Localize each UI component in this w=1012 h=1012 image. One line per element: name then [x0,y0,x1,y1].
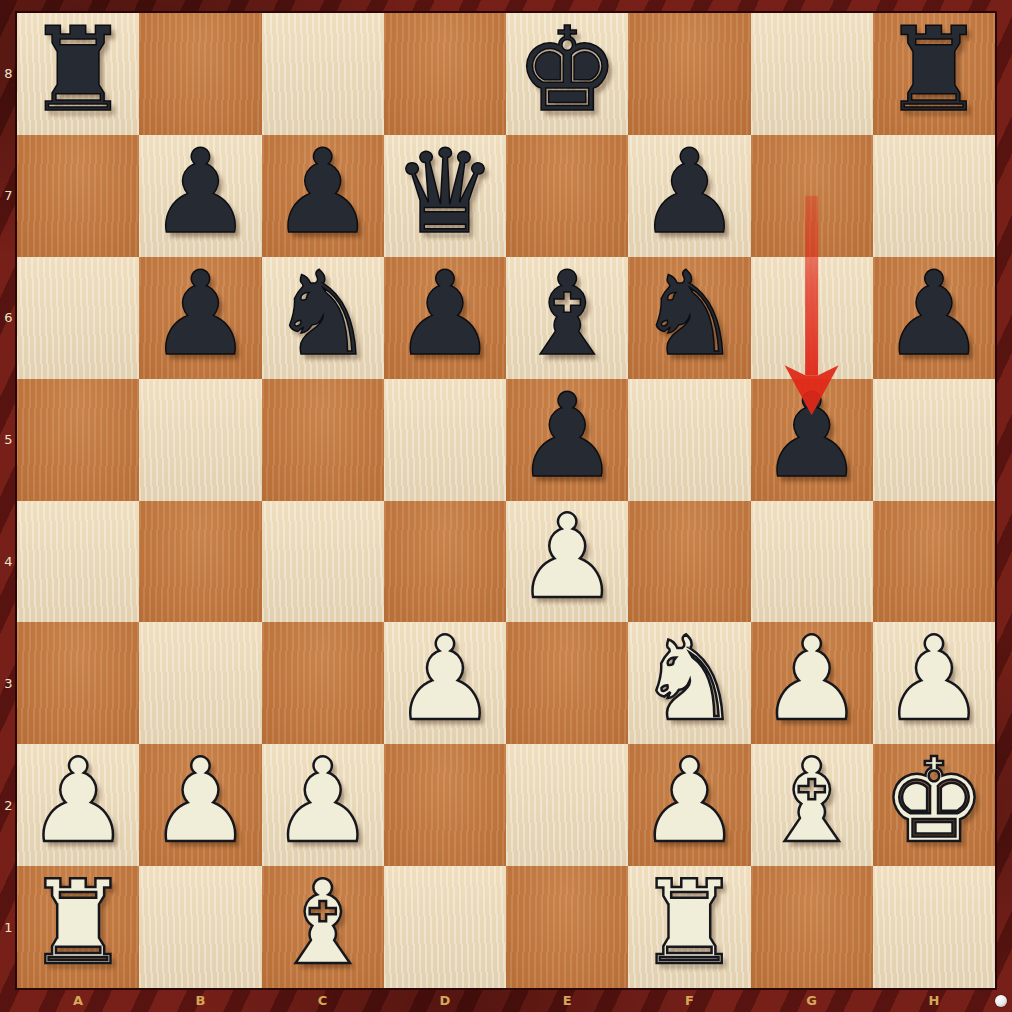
rank-label-3: 3 [0,622,17,744]
square-f3[interactable]: ♞ [628,622,750,744]
square-h8[interactable]: ♜ [873,13,995,135]
square-a1[interactable]: ♜ [17,866,139,988]
piece-white-pawn-d3[interactable]: ♟ [393,622,497,737]
piece-black-pawn-d6[interactable]: ♟ [393,257,497,372]
piece-white-pawn-a2[interactable]: ♟ [26,744,130,859]
square-b3[interactable] [139,622,261,744]
piece-black-knight-c6[interactable]: ♞ [271,257,375,372]
square-b7[interactable]: ♟ [139,135,261,257]
square-e7[interactable] [506,135,628,257]
file-label-h: H [873,988,995,1012]
square-g2[interactable]: ♝ [751,744,873,866]
square-c8[interactable] [262,13,384,135]
square-a4[interactable] [17,501,139,623]
square-b6[interactable]: ♟ [139,257,261,379]
square-f8[interactable] [628,13,750,135]
square-d8[interactable] [384,13,506,135]
square-d6[interactable]: ♟ [384,257,506,379]
file-labels: ABCDEFGH [17,988,995,1012]
square-a2[interactable]: ♟ [17,744,139,866]
piece-white-pawn-f2[interactable]: ♟ [637,744,741,859]
rank-label-8: 8 [0,13,17,135]
square-f2[interactable]: ♟ [628,744,750,866]
turn-indicator-dot [995,995,1007,1007]
square-d4[interactable] [384,501,506,623]
square-f4[interactable] [628,501,750,623]
square-b5[interactable] [139,379,261,501]
square-g8[interactable] [751,13,873,135]
square-d5[interactable] [384,379,506,501]
square-e5[interactable]: ♟ [506,379,628,501]
piece-black-queen-d7[interactable]: ♛ [393,135,497,250]
square-c2[interactable]: ♟ [262,744,384,866]
square-e4[interactable]: ♟ [506,501,628,623]
file-label-e: E [506,988,628,1012]
square-b2[interactable]: ♟ [139,744,261,866]
square-a8[interactable]: ♜ [17,13,139,135]
square-e2[interactable] [506,744,628,866]
square-h4[interactable] [873,501,995,623]
square-g5[interactable]: ♟ [751,379,873,501]
piece-white-rook-a1[interactable]: ♜ [26,866,130,981]
square-c1[interactable]: ♝ [262,866,384,988]
square-g7[interactable] [751,135,873,257]
piece-black-pawn-b6[interactable]: ♟ [148,257,252,372]
square-e1[interactable] [506,866,628,988]
square-e6[interactable]: ♝ [506,257,628,379]
square-d1[interactable] [384,866,506,988]
rank-label-6: 6 [0,257,17,379]
square-f5[interactable] [628,379,750,501]
square-h5[interactable] [873,379,995,501]
piece-black-pawn-f7[interactable]: ♟ [637,135,741,250]
square-g6[interactable] [751,257,873,379]
piece-black-pawn-e5[interactable]: ♟ [515,379,619,494]
chess-board: ♜♚♜♟♟♛♟♟♞♟♝♞♟♟♟♟♟♞♟♟♟♟♟♟♝♚♜♝♜ [17,13,995,988]
piece-black-pawn-b7[interactable]: ♟ [148,135,252,250]
piece-black-pawn-h6[interactable]: ♟ [882,257,986,372]
piece-white-pawn-b2[interactable]: ♟ [148,744,252,859]
square-h3[interactable]: ♟ [873,622,995,744]
square-h6[interactable]: ♟ [873,257,995,379]
square-h7[interactable] [873,135,995,257]
square-c4[interactable] [262,501,384,623]
square-g4[interactable] [751,501,873,623]
piece-white-pawn-c2[interactable]: ♟ [271,744,375,859]
rank-label-4: 4 [0,501,17,623]
file-label-b: B [139,988,261,1012]
square-g1[interactable] [751,866,873,988]
piece-white-pawn-e4[interactable]: ♟ [515,501,619,616]
rank-label-7: 7 [0,135,17,257]
square-h1[interactable] [873,866,995,988]
square-b1[interactable] [139,866,261,988]
square-d2[interactable] [384,744,506,866]
square-b4[interactable] [139,501,261,623]
file-label-c: C [262,988,384,1012]
piece-black-pawn-c7[interactable]: ♟ [271,135,375,250]
piece-black-king-e8[interactable]: ♚ [515,13,619,128]
square-c7[interactable]: ♟ [262,135,384,257]
square-d3[interactable]: ♟ [384,622,506,744]
square-c6[interactable]: ♞ [262,257,384,379]
piece-black-pawn-g5[interactable]: ♟ [760,379,864,494]
square-g3[interactable]: ♟ [751,622,873,744]
square-a7[interactable] [17,135,139,257]
file-label-f: F [628,988,750,1012]
rank-label-2: 2 [0,744,17,866]
chess-app: ♜♚♜♟♟♛♟♟♞♟♝♞♟♟♟♟♟♞♟♟♟♟♟♟♝♚♜♝♜ 87654321 A… [0,0,1012,1012]
piece-black-rook-h8[interactable]: ♜ [882,13,986,128]
square-e8[interactable]: ♚ [506,13,628,135]
square-d7[interactable]: ♛ [384,135,506,257]
rank-label-1: 1 [0,866,17,988]
piece-white-rook-f1[interactable]: ♜ [637,866,741,981]
square-e3[interactable] [506,622,628,744]
square-f6[interactable]: ♞ [628,257,750,379]
piece-white-knight-f3[interactable]: ♞ [637,622,741,737]
rank-label-5: 5 [0,379,17,501]
file-label-a: A [17,988,139,1012]
square-f7[interactable]: ♟ [628,135,750,257]
rank-labels: 87654321 [0,13,17,988]
square-b8[interactable] [139,13,261,135]
square-a6[interactable] [17,257,139,379]
piece-white-bishop-g2[interactable]: ♝ [760,744,864,859]
file-label-g: G [751,988,873,1012]
square-a3[interactable] [17,622,139,744]
piece-white-bishop-c1[interactable]: ♝ [271,866,375,981]
square-f1[interactable]: ♜ [628,866,750,988]
piece-black-knight-f6[interactable]: ♞ [637,257,741,372]
piece-white-pawn-g3[interactable]: ♟ [760,622,864,737]
square-a5[interactable] [17,379,139,501]
square-c3[interactable] [262,622,384,744]
piece-black-bishop-e6[interactable]: ♝ [515,257,619,372]
piece-white-pawn-h3[interactable]: ♟ [882,622,986,737]
piece-white-king-h2[interactable]: ♚ [882,744,986,859]
file-label-d: D [384,988,506,1012]
square-h2[interactable]: ♚ [873,744,995,866]
piece-black-rook-a8[interactable]: ♜ [26,13,130,128]
square-c5[interactable] [262,379,384,501]
